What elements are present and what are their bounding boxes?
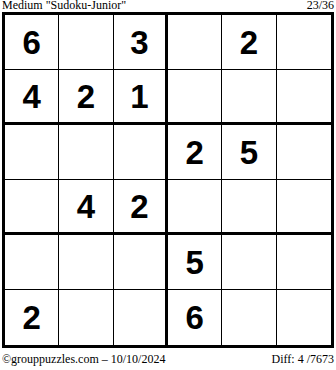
cell-r6c2[interactable] (59, 290, 113, 345)
copyright-date: ©grouppuzzles.com – 10/10/2024 (2, 353, 165, 366)
cell-r4c3[interactable]: 2 (114, 180, 168, 235)
puzzle-title: Medium "Sudoku-Junior" (2, 0, 126, 11)
footer: ©grouppuzzles.com – 10/10/2024 Diff: 4 /… (2, 353, 334, 366)
cell-r2c6[interactable] (277, 70, 331, 125)
difficulty-rating: Diff: 4 /7673 (272, 353, 334, 366)
cell-r3c5[interactable]: 5 (222, 125, 276, 180)
cell-r1c2[interactable] (59, 15, 113, 70)
cell-r3c6[interactable] (277, 125, 331, 180)
cell-r5c3[interactable] (114, 235, 168, 290)
puzzle-progress: 23/36 (307, 0, 334, 11)
cell-r4c2[interactable]: 4 (59, 180, 113, 235)
cell-r5c1[interactable] (5, 235, 59, 290)
cell-r1c3[interactable]: 3 (114, 15, 168, 70)
cell-r3c4[interactable]: 2 (168, 125, 222, 180)
cell-r6c5[interactable] (222, 290, 276, 345)
cell-r2c5[interactable] (222, 70, 276, 125)
header: Medium "Sudoku-Junior" 23/36 (2, 0, 334, 11)
cell-r1c6[interactable] (277, 15, 331, 70)
cell-r5c4[interactable]: 5 (168, 235, 222, 290)
cell-r5c6[interactable] (277, 235, 331, 290)
cell-r1c1[interactable]: 6 (5, 15, 59, 70)
cell-r1c4[interactable] (168, 15, 222, 70)
cell-r3c2[interactable] (59, 125, 113, 180)
cell-r1c5[interactable]: 2 (222, 15, 276, 70)
cell-r2c3[interactable]: 1 (114, 70, 168, 125)
sudoku-grid: 6324212542526 (2, 12, 334, 348)
cell-r5c5[interactable] (222, 235, 276, 290)
cell-r5c2[interactable] (59, 235, 113, 290)
cell-r6c1[interactable]: 2 (5, 290, 59, 345)
cell-r4c1[interactable] (5, 180, 59, 235)
cell-r2c2[interactable]: 2 (59, 70, 113, 125)
cell-r3c3[interactable] (114, 125, 168, 180)
cell-r6c6[interactable] (277, 290, 331, 345)
cell-r6c3[interactable] (114, 290, 168, 345)
cell-r2c1[interactable]: 4 (5, 70, 59, 125)
puzzle-page: Medium "Sudoku-Junior" 23/36 63242125425… (0, 0, 336, 370)
cell-r2c4[interactable] (168, 70, 222, 125)
cell-r4c6[interactable] (277, 180, 331, 235)
cell-r4c4[interactable] (168, 180, 222, 235)
cell-r3c1[interactable] (5, 125, 59, 180)
cell-r6c4[interactable]: 6 (168, 290, 222, 345)
cell-r4c5[interactable] (222, 180, 276, 235)
